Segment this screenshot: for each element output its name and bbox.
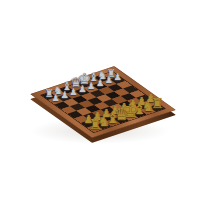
product-photo: ♜♞♟♝♟♚♟♛♟♝♟♞♟♜♟♟♟♟♜♟♞♟♝♟♚♟♛♟♝♟♞♜: [0, 0, 200, 200]
